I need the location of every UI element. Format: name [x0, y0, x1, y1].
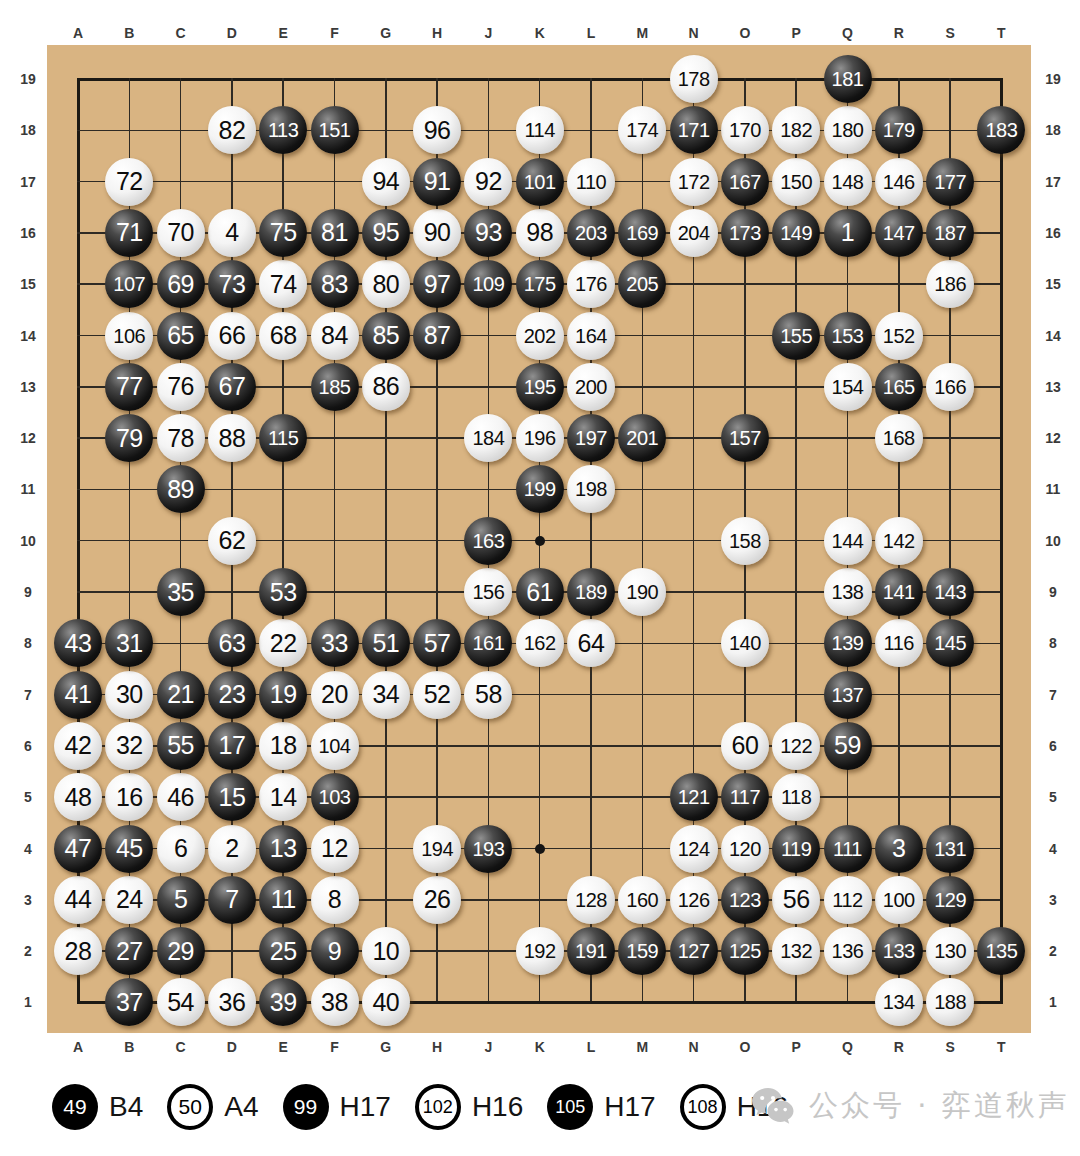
stone-white-64-L8: 64 — [567, 619, 615, 667]
move-number: 15 — [218, 785, 245, 810]
stone-white-196-K12: 196 — [516, 414, 564, 462]
move-number: 47 — [65, 836, 92, 861]
stone-black-129-S3: 129 — [926, 876, 974, 924]
stone-white-192-K2: 192 — [516, 927, 564, 975]
move-number: 135 — [985, 941, 1017, 961]
stone-black-177-S17: 177 — [926, 158, 974, 206]
stone-black-125-O2: 125 — [721, 927, 769, 975]
stone-black-197-L12: 197 — [567, 414, 615, 462]
col-label-bottom-S: S — [945, 1040, 954, 1054]
col-label-bottom-L: L — [587, 1040, 596, 1054]
row-label-left-13: 13 — [20, 380, 36, 394]
move-number: 16 — [116, 785, 143, 810]
stone-white-110-L17: 110 — [567, 158, 615, 206]
stone-black-163-J10: 163 — [464, 517, 512, 565]
row-label-left-4: 4 — [24, 842, 32, 856]
move-number: 77 — [116, 374, 143, 399]
stone-white-124-N4: 124 — [670, 825, 718, 873]
col-label-top-F: F — [330, 26, 339, 40]
stone-black-165-R13: 165 — [875, 363, 923, 411]
col-label-bottom-P: P — [792, 1040, 801, 1054]
row-label-right-9: 9 — [1049, 585, 1057, 599]
stone-white-186-S15: 186 — [926, 260, 974, 308]
move-number: 39 — [270, 990, 297, 1015]
stone-black-191-L2: 191 — [567, 927, 615, 975]
stone-white-194-H4: 194 — [413, 825, 461, 873]
stone-white-130-S2: 130 — [926, 927, 974, 975]
stone-black-89-C11: 89 — [157, 465, 205, 513]
move-number: 128 — [575, 890, 607, 910]
move-number: 69 — [167, 272, 194, 297]
star-point-K4 — [535, 844, 545, 854]
stone-white-86-G13: 86 — [362, 363, 410, 411]
row-label-right-5: 5 — [1049, 790, 1057, 804]
stone-white-60-O6: 60 — [721, 722, 769, 770]
stone-black-83-F15: 83 — [311, 260, 359, 308]
stone-white-70-C16: 70 — [157, 209, 205, 257]
move-number: 19 — [270, 682, 297, 707]
stone-black-141-R9: 141 — [875, 568, 923, 616]
stone-white-138-Q9: 138 — [824, 568, 872, 616]
move-number: 107 — [113, 274, 145, 294]
move-number: 79 — [116, 426, 143, 451]
stone-white-62-D10: 62 — [208, 517, 256, 565]
col-label-bottom-B: B — [124, 1040, 134, 1054]
stone-black-171-N18: 171 — [670, 106, 718, 154]
row-label-left-7: 7 — [24, 688, 32, 702]
move-number: 156 — [472, 582, 504, 602]
move-number: 29 — [167, 939, 194, 964]
stone-black-193-J4: 193 — [464, 825, 512, 873]
move-number: 14 — [270, 785, 297, 810]
stone-white-28-A2: 28 — [54, 927, 102, 975]
stone-white-78-C12: 78 — [157, 414, 205, 462]
move-number: 40 — [372, 990, 399, 1015]
stone-white-150-P17: 150 — [772, 158, 820, 206]
move-number: 161 — [472, 633, 504, 653]
stone-white-94-G17: 94 — [362, 158, 410, 206]
stone-black-137-Q7: 137 — [824, 671, 872, 719]
caption-entry-move-49: 49B4 — [52, 1084, 143, 1130]
stone-black-101-K17: 101 — [516, 158, 564, 206]
move-number: 61 — [526, 580, 553, 605]
caption-stone-black-99: 99 — [283, 1084, 329, 1130]
stone-black-33-F8: 33 — [311, 619, 359, 667]
stone-black-23-D7: 23 — [208, 671, 256, 719]
row-label-right-13: 13 — [1045, 380, 1061, 394]
row-label-right-3: 3 — [1049, 893, 1057, 907]
col-label-bottom-Q: Q — [842, 1040, 853, 1054]
move-number: 175 — [524, 274, 556, 294]
stone-black-69-C15: 69 — [157, 260, 205, 308]
row-label-right-1: 1 — [1049, 995, 1057, 1009]
move-number: 59 — [834, 733, 861, 758]
move-number: 118 — [781, 787, 811, 807]
stone-white-128-L3: 128 — [567, 876, 615, 924]
col-label-bottom-H: H — [432, 1040, 442, 1054]
move-number: 66 — [218, 323, 245, 348]
stone-black-1-Q16: 1 — [824, 209, 872, 257]
move-number: 130 — [934, 941, 966, 961]
move-number: 202 — [524, 326, 556, 346]
stone-black-179-R18: 179 — [875, 106, 923, 154]
move-number: 72 — [116, 169, 143, 194]
stone-black-61-K9: 61 — [516, 568, 564, 616]
col-label-bottom-J: J — [484, 1040, 492, 1054]
move-number: 75 — [270, 220, 297, 245]
move-number: 3 — [892, 836, 905, 861]
col-label-top-S: S — [945, 26, 954, 40]
stone-white-20-F7: 20 — [311, 671, 359, 719]
stone-black-155-P14: 155 — [772, 312, 820, 360]
move-number: 172 — [678, 172, 710, 192]
move-number: 188 — [934, 992, 966, 1012]
move-number: 147 — [883, 223, 915, 243]
stone-black-93-J16: 93 — [464, 209, 512, 257]
row-label-left-18: 18 — [20, 123, 36, 137]
move-number: 167 — [729, 172, 761, 192]
col-label-top-C: C — [176, 26, 186, 40]
stone-black-45-B4: 45 — [105, 825, 153, 873]
move-number: 20 — [321, 682, 348, 707]
move-number: 119 — [781, 839, 811, 859]
move-number: 125 — [729, 941, 761, 961]
move-number: 73 — [218, 272, 245, 297]
row-label-right-10: 10 — [1045, 534, 1061, 548]
stone-black-41-A7: 41 — [54, 671, 102, 719]
move-number: 182 — [780, 120, 812, 140]
col-label-top-T: T — [997, 26, 1006, 40]
move-number: 45 — [116, 836, 143, 861]
stone-black-59-Q6: 59 — [824, 722, 872, 770]
move-number: 142 — [883, 531, 915, 551]
col-label-top-H: H — [432, 26, 442, 40]
stone-white-140-O8: 140 — [721, 619, 769, 667]
move-number: 101 — [524, 172, 556, 192]
move-number: 181 — [832, 69, 864, 89]
move-number: 109 — [472, 274, 504, 294]
stone-black-187-S16: 187 — [926, 209, 974, 257]
row-label-left-17: 17 — [20, 175, 36, 189]
stone-black-71-B16: 71 — [105, 209, 153, 257]
stone-white-176-L15: 176 — [567, 260, 615, 308]
stone-black-81-F16: 81 — [311, 209, 359, 257]
stone-white-72-B17: 72 — [105, 158, 153, 206]
move-number: 201 — [626, 428, 658, 448]
move-number: 21 — [167, 682, 194, 707]
move-number: 28 — [65, 939, 92, 964]
row-label-right-17: 17 — [1045, 175, 1061, 189]
move-number: 94 — [372, 169, 399, 194]
move-number: 71 — [116, 220, 143, 245]
move-number: 158 — [729, 531, 761, 551]
move-number: 169 — [626, 223, 658, 243]
move-number: 106 — [113, 326, 145, 346]
stone-black-139-Q8: 139 — [824, 619, 872, 667]
move-number: 154 — [832, 377, 864, 397]
stone-black-43-A8: 43 — [54, 619, 102, 667]
move-number: 144 — [832, 531, 864, 551]
move-number: 91 — [424, 169, 451, 194]
stone-white-82-D18: 82 — [208, 106, 256, 154]
move-number: 70 — [167, 220, 194, 245]
move-number: 18 — [270, 733, 297, 758]
move-number: 56 — [783, 887, 810, 912]
stone-white-178-N19: 178 — [670, 55, 718, 103]
move-number: 90 — [424, 220, 451, 245]
stone-white-66-D14: 66 — [208, 312, 256, 360]
row-label-left-16: 16 — [20, 226, 36, 240]
col-label-top-E: E — [279, 26, 288, 40]
stone-white-48-A5: 48 — [54, 773, 102, 821]
move-number: 171 — [678, 120, 710, 140]
stone-white-30-B7: 30 — [105, 671, 153, 719]
stone-white-134-R1: 134 — [875, 978, 923, 1026]
move-number: 120 — [729, 839, 761, 859]
move-number: 129 — [934, 890, 966, 910]
stone-black-13-E4: 13 — [259, 825, 307, 873]
move-number: 122 — [780, 736, 812, 756]
stone-black-15-D5: 15 — [208, 773, 256, 821]
move-number: 86 — [372, 374, 399, 399]
move-number: 178 — [678, 69, 710, 89]
move-number: 164 — [575, 326, 607, 346]
move-number: 24 — [116, 887, 143, 912]
caption-point-label: H17 — [604, 1091, 655, 1123]
col-label-top-O: O — [739, 26, 750, 40]
stone-white-92-J17: 92 — [464, 158, 512, 206]
stone-white-2-D4: 2 — [208, 825, 256, 873]
move-number: 55 — [167, 733, 194, 758]
stone-white-162-K8: 162 — [516, 619, 564, 667]
stone-black-19-E7: 19 — [259, 671, 307, 719]
stone-white-104-F6: 104 — [311, 722, 359, 770]
move-number: 151 — [319, 120, 351, 140]
col-label-bottom-F: F — [330, 1040, 339, 1054]
move-number: 97 — [424, 272, 451, 297]
move-number: 10 — [372, 939, 399, 964]
row-label-right-16: 16 — [1045, 226, 1061, 240]
move-number: 173 — [729, 223, 761, 243]
move-number: 114 — [524, 120, 554, 140]
move-number: 153 — [832, 326, 864, 346]
move-number: 12 — [321, 836, 348, 861]
move-number: 43 — [65, 631, 92, 656]
move-number: 145 — [934, 633, 966, 653]
row-label-left-14: 14 — [20, 329, 36, 343]
stone-black-53-E9: 53 — [259, 568, 307, 616]
col-label-top-Q: Q — [842, 26, 853, 40]
move-number: 165 — [883, 377, 915, 397]
move-number: 140 — [729, 633, 761, 653]
caption-point-label: A4 — [224, 1091, 258, 1123]
move-number: 35 — [167, 580, 194, 605]
row-label-left-1: 1 — [24, 995, 32, 1009]
move-number: 192 — [524, 941, 556, 961]
move-number: 25 — [270, 939, 297, 964]
row-label-left-19: 19 — [20, 72, 36, 86]
move-number: 170 — [729, 120, 761, 140]
stone-white-152-R14: 152 — [875, 312, 923, 360]
stone-black-131-S4: 131 — [926, 825, 974, 873]
stone-black-195-K13: 195 — [516, 363, 564, 411]
stone-white-12-F4: 12 — [311, 825, 359, 873]
move-number: 9 — [328, 939, 341, 964]
row-label-right-4: 4 — [1049, 842, 1057, 856]
stone-white-24-B3: 24 — [105, 876, 153, 924]
stone-black-47-A4: 47 — [54, 825, 102, 873]
move-number: 184 — [472, 428, 504, 448]
move-number: 195 — [524, 377, 556, 397]
move-number: 57 — [424, 631, 451, 656]
col-label-bottom-O: O — [739, 1040, 750, 1054]
move-number: 205 — [626, 274, 658, 294]
move-number: 53 — [270, 580, 297, 605]
move-number: 203 — [575, 223, 607, 243]
stone-white-34-G7: 34 — [362, 671, 410, 719]
move-number: 121 — [678, 787, 710, 807]
stone-white-8-F3: 8 — [311, 876, 359, 924]
stone-white-180-Q18: 180 — [824, 106, 872, 154]
move-number: 189 — [575, 582, 607, 602]
stone-black-51-G8: 51 — [362, 619, 410, 667]
caption-entry-move-102: 102H16 — [415, 1084, 523, 1130]
move-number: 162 — [524, 633, 556, 653]
move-number: 95 — [372, 220, 399, 245]
move-number: 93 — [475, 220, 502, 245]
move-number: 200 — [575, 377, 607, 397]
move-number: 152 — [883, 326, 915, 346]
stone-white-146-R17: 146 — [875, 158, 923, 206]
stone-black-7-D3: 7 — [208, 876, 256, 924]
move-number: 180 — [832, 120, 864, 140]
move-number: 26 — [424, 887, 451, 912]
row-label-right-18: 18 — [1045, 123, 1061, 137]
stone-black-25-E2: 25 — [259, 927, 307, 975]
move-number: 168 — [883, 428, 915, 448]
move-number: 134 — [883, 992, 915, 1012]
move-number: 58 — [475, 682, 502, 707]
stone-white-40-G1: 40 — [362, 978, 410, 1026]
move-number: 6 — [174, 836, 187, 861]
move-number: 17 — [218, 733, 245, 758]
move-number: 34 — [372, 682, 399, 707]
move-number: 194 — [421, 839, 453, 859]
stone-white-100-R3: 100 — [875, 876, 923, 924]
stone-white-144-Q10: 144 — [824, 517, 872, 565]
stone-white-80-G15: 80 — [362, 260, 410, 308]
move-number: 116 — [884, 633, 914, 653]
move-number: 51 — [372, 631, 399, 656]
move-number: 155 — [780, 326, 812, 346]
watermark-text: 公众号 · 弈道秋声 — [809, 1086, 1070, 1126]
row-label-left-6: 6 — [24, 739, 32, 753]
row-label-right-7: 7 — [1049, 688, 1057, 702]
stone-white-58-J7: 58 — [464, 671, 512, 719]
move-number: 8 — [328, 887, 341, 912]
stone-white-54-C1: 54 — [157, 978, 205, 1026]
row-label-left-2: 2 — [24, 944, 32, 958]
col-label-top-B: B — [124, 26, 134, 40]
move-number: 117 — [730, 787, 760, 807]
move-number: 146 — [883, 172, 915, 192]
stone-black-55-C6: 55 — [157, 722, 205, 770]
col-label-bottom-R: R — [894, 1040, 904, 1054]
stone-white-148-Q17: 148 — [824, 158, 872, 206]
stone-white-126-N3: 126 — [670, 876, 718, 924]
move-number: 62 — [218, 528, 245, 553]
stone-white-158-O10: 158 — [721, 517, 769, 565]
caption-point-label: H17 — [340, 1091, 391, 1123]
col-label-top-G: G — [380, 26, 391, 40]
stone-black-29-C2: 29 — [157, 927, 205, 975]
stone-black-91-H17: 91 — [413, 158, 461, 206]
stone-black-73-D15: 73 — [208, 260, 256, 308]
stone-white-202-K14: 202 — [516, 312, 564, 360]
stone-black-21-C7: 21 — [157, 671, 205, 719]
move-number: 54 — [167, 990, 194, 1015]
move-number: 112 — [832, 890, 862, 910]
row-label-right-2: 2 — [1049, 944, 1057, 958]
move-number: 177 — [934, 172, 966, 192]
col-label-bottom-C: C — [176, 1040, 186, 1054]
stone-black-5-C3: 5 — [157, 876, 205, 924]
move-number: 141 — [883, 582, 915, 602]
stone-black-9-F2: 9 — [311, 927, 359, 975]
stone-white-164-L14: 164 — [567, 312, 615, 360]
stone-black-97-H15: 97 — [413, 260, 461, 308]
move-number: 80 — [372, 272, 399, 297]
move-number: 5 — [174, 887, 187, 912]
caption-stone-white-108: 108 — [680, 1084, 726, 1130]
stone-white-44-A3: 44 — [54, 876, 102, 924]
kifu-page: AABBCCDDEEFFGGHHJJKKLLMMNNOOPPQQRRSSTT19… — [0, 0, 1080, 1156]
stone-black-11-E3: 11 — [259, 876, 307, 924]
row-label-right-15: 15 — [1045, 277, 1061, 291]
move-number: 133 — [883, 941, 915, 961]
move-number: 46 — [167, 785, 194, 810]
stone-black-17-D6: 17 — [208, 722, 256, 770]
stone-black-157-O12: 157 — [721, 414, 769, 462]
move-number: 137 — [832, 685, 864, 705]
stone-black-63-D8: 63 — [208, 619, 256, 667]
stone-white-132-P2: 132 — [772, 927, 820, 975]
stone-white-38-F1: 38 — [311, 978, 359, 1026]
stone-black-147-R16: 147 — [875, 209, 923, 257]
stone-black-115-E12: 115 — [259, 414, 307, 462]
stone-white-68-E14: 68 — [259, 312, 307, 360]
stone-black-151-F18: 151 — [311, 106, 359, 154]
col-label-bottom-D: D — [227, 1040, 237, 1054]
move-number: 84 — [321, 323, 348, 348]
stone-black-65-C14: 65 — [157, 312, 205, 360]
row-label-right-6: 6 — [1049, 739, 1057, 753]
move-number: 111 — [833, 839, 862, 859]
move-number: 76 — [167, 374, 194, 399]
row-label-left-10: 10 — [20, 534, 36, 548]
stone-black-3-R4: 3 — [875, 825, 923, 873]
move-number: 44 — [65, 887, 92, 912]
move-number: 60 — [731, 733, 758, 758]
move-number: 150 — [780, 172, 812, 192]
move-number: 132 — [780, 941, 812, 961]
stone-black-119-P4: 119 — [772, 825, 820, 873]
move-number: 163 — [472, 531, 504, 551]
move-number: 131 — [934, 839, 966, 859]
col-label-bottom-G: G — [380, 1040, 391, 1054]
move-number: 176 — [575, 274, 607, 294]
move-number: 139 — [832, 633, 864, 653]
